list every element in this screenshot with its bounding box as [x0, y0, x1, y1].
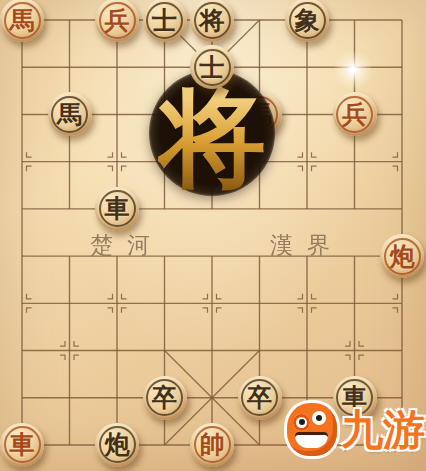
9game-logo[interactable]: 九游 [285, 401, 425, 458]
9game-mascot-icon [285, 401, 339, 458]
mascot-right-eye [312, 411, 326, 425]
sparkle-effect-icon: ✦ [339, 56, 367, 84]
piece-black-cannon[interactable]: 炮 [95, 423, 139, 467]
piece-black-horse[interactable]: 馬 [48, 92, 92, 136]
piece-black-advisor[interactable]: 士 [190, 45, 234, 89]
mascot-left-eye [293, 414, 310, 431]
xiangqi-board[interactable]: 楚河 漢界 馬兵士将象士馬馬兵車炮卒卒車車炮帥 将 ✦ 九游 [0, 0, 426, 471]
piece-red-horse[interactable]: 馬 [0, 0, 44, 42]
piece-black-elephant[interactable]: 象 [285, 0, 329, 42]
piece-black-general[interactable]: 将 [190, 0, 234, 42]
piece-black-soldier[interactable]: 卒 [143, 376, 187, 420]
piece-black-soldier[interactable]: 卒 [238, 376, 282, 420]
piece-black-chariot[interactable]: 車 [95, 187, 139, 231]
piece-red-soldier[interactable]: 兵 [95, 0, 139, 42]
piece-red-chariot[interactable]: 車 [0, 423, 44, 467]
piece-red-general[interactable]: 帥 [190, 423, 234, 467]
river-label-right: 漢界 [270, 230, 344, 261]
river-label-left: 楚河 [90, 230, 164, 261]
piece-red-soldier[interactable]: 兵 [333, 92, 377, 136]
watermark-character: 将 [158, 83, 266, 191]
piece-red-cannon[interactable]: 炮 [380, 234, 424, 278]
9game-logo-text: 九游 [341, 409, 425, 451]
piece-black-advisor[interactable]: 士 [143, 0, 187, 42]
